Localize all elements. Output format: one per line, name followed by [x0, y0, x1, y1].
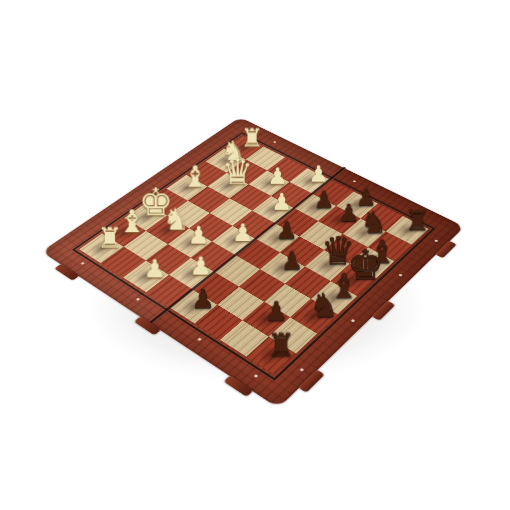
piece-bP-d5[interactable]: ♟ — [271, 219, 302, 243]
frame-screw-dot — [254, 374, 259, 378]
piece-wB-d1[interactable]: ♝ — [180, 163, 209, 192]
piece-wP-g4[interactable]: ♟ — [185, 254, 217, 279]
frame-screw-dot — [80, 262, 84, 265]
product-photo: ♜♝♚♝♞♜♞♛♟♟♟♟♟♟♟♟♟♟♟♟♟♟♛♞♜♞♝♚♝♜ — [0, 0, 510, 510]
piece-wP-a4[interactable]: ♟ — [304, 163, 333, 186]
frame-screw-dot — [398, 274, 402, 277]
piece-wP-f3[interactable]: ♟ — [183, 224, 214, 248]
playing-area: ♜♝♚♝♞♜♞♛♟♟♟♟♟♟♟♟♟♟♟♟♟♟♛♞♜♞♝♚♝♜ — [79, 136, 428, 374]
piece-wP-c4[interactable]: ♟ — [267, 191, 297, 214]
piece-wP-e4[interactable]: ♟ — [227, 221, 258, 245]
piece-bP-e6[interactable]: ♟ — [276, 248, 308, 273]
frame-screw-dot — [352, 180, 356, 182]
perspective-scene: ♜♝♚♝♞♜♞♛♟♟♟♟♟♟♟♟♟♟♟♟♟♟♛♞♜♞♝♚♝♜ — [0, 0, 510, 510]
frame-screw-dot — [273, 141, 277, 143]
square-f8[interactable]: ♞ — [290, 299, 337, 334]
chess-board: ♜♝♚♝♞♜♞♛♟♟♟♟♟♟♟♟♟♟♟♟♟♟♛♞♜♞♝♚♝♜ — [42, 117, 465, 408]
piece-wP-h3[interactable]: ♟ — [139, 256, 172, 281]
board-foot — [371, 301, 395, 321]
board-foot — [54, 264, 79, 281]
frame-screw-dot — [136, 298, 141, 301]
piece-bR-h8[interactable]: ♜ — [264, 330, 299, 362]
board-foot — [298, 369, 325, 392]
piece-wP-b3[interactable]: ♟ — [263, 165, 292, 188]
frame-screw-dot — [197, 338, 202, 342]
piece-bP-h5[interactable]: ♟ — [186, 286, 220, 312]
frame-screw-dot — [299, 368, 304, 372]
frame-screw-dot — [434, 239, 438, 242]
board-foot — [224, 375, 254, 397]
piece-bN-f8[interactable]: ♞ — [307, 289, 341, 322]
piece-bR-a8[interactable]: ♜ — [401, 207, 432, 235]
piece-wQ-c2[interactable]: ♛ — [222, 155, 251, 190]
square-h5[interactable]: ♟ — [170, 289, 217, 323]
piece-wR-h1[interactable]: ♜ — [94, 225, 126, 253]
frame-screw-dot — [351, 319, 356, 322]
board-foot — [435, 241, 457, 259]
piece-bP-g7[interactable]: ♟ — [259, 298, 293, 324]
